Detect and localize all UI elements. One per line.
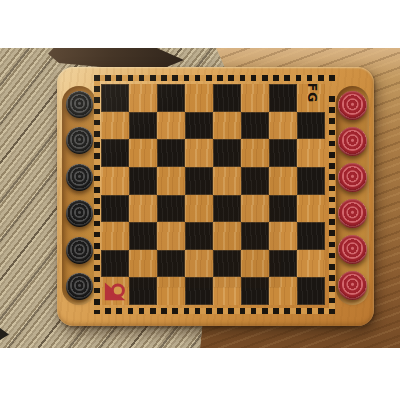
square-c1[interactable] [157, 277, 185, 305]
square-a4[interactable] [101, 195, 129, 223]
square-h1[interactable] [297, 277, 325, 305]
screenshot: FG [0, 0, 400, 400]
square-b1[interactable] [129, 277, 157, 305]
square-h7[interactable] [297, 112, 325, 140]
inlay-frame-bottom [94, 308, 335, 314]
square-c3[interactable] [157, 222, 185, 250]
square-f1[interactable] [241, 277, 269, 305]
square-g3[interactable] [269, 222, 297, 250]
black-checker[interactable] [66, 91, 93, 118]
square-g5[interactable] [269, 167, 297, 195]
square-e3[interactable] [213, 222, 241, 250]
inlay-frame-right [329, 96, 335, 314]
square-c4[interactable] [157, 195, 185, 223]
square-h2[interactable] [297, 250, 325, 278]
square-b6[interactable] [129, 139, 157, 167]
square-c7[interactable] [157, 112, 185, 140]
square-a7[interactable] [101, 112, 129, 140]
square-f4[interactable] [241, 195, 269, 223]
square-g2[interactable] [269, 250, 297, 278]
square-d1[interactable] [185, 277, 213, 305]
square-e8[interactable] [213, 84, 241, 112]
square-b2[interactable] [129, 250, 157, 278]
square-g7[interactable] [269, 112, 297, 140]
red-checker[interactable] [338, 163, 367, 192]
square-e1[interactable] [213, 277, 241, 305]
square-f8[interactable] [241, 84, 269, 112]
square-d4[interactable] [185, 195, 213, 223]
square-e2[interactable] [213, 250, 241, 278]
red-checker[interactable] [338, 91, 367, 120]
checkers-board: FG [57, 67, 374, 326]
playing-field [101, 84, 325, 305]
square-f2[interactable] [241, 250, 269, 278]
square-e6[interactable] [213, 139, 241, 167]
photo: FG [0, 48, 400, 348]
square-d7[interactable] [185, 112, 213, 140]
inlay-frame-top [94, 75, 335, 81]
square-f5[interactable] [241, 167, 269, 195]
square-e4[interactable] [213, 195, 241, 223]
square-h3[interactable] [297, 222, 325, 250]
square-c5[interactable] [157, 167, 185, 195]
left-tray [62, 86, 96, 305]
square-a3[interactable] [101, 222, 129, 250]
square-a8[interactable] [101, 84, 129, 112]
letterbox-top [0, 0, 400, 48]
square-g4[interactable] [269, 195, 297, 223]
square-a5[interactable] [101, 167, 129, 195]
square-d6[interactable] [185, 139, 213, 167]
red-checker[interactable] [338, 199, 367, 228]
right-tray [336, 86, 369, 305]
square-h6[interactable] [297, 139, 325, 167]
square-a6[interactable] [101, 139, 129, 167]
maker-logo-icon [102, 277, 130, 303]
square-b4[interactable] [129, 195, 157, 223]
red-checker[interactable] [338, 235, 367, 264]
square-f6[interactable] [241, 139, 269, 167]
square-e7[interactable] [213, 112, 241, 140]
square-e5[interactable] [213, 167, 241, 195]
square-b5[interactable] [129, 167, 157, 195]
square-c6[interactable] [157, 139, 185, 167]
square-d8[interactable] [185, 84, 213, 112]
square-c2[interactable] [157, 250, 185, 278]
square-c8[interactable] [157, 84, 185, 112]
brand-text-fg: FG [306, 83, 318, 103]
square-g8[interactable] [269, 84, 297, 112]
square-b3[interactable] [129, 222, 157, 250]
square-b8[interactable] [129, 84, 157, 112]
square-d2[interactable] [185, 250, 213, 278]
square-a2[interactable] [101, 250, 129, 278]
square-g1[interactable] [269, 277, 297, 305]
red-checker[interactable] [338, 127, 367, 156]
black-checker[interactable] [66, 164, 93, 191]
black-checker[interactable] [66, 127, 93, 154]
square-h5[interactable] [297, 167, 325, 195]
square-f7[interactable] [241, 112, 269, 140]
square-f3[interactable] [241, 222, 269, 250]
square-d3[interactable] [185, 222, 213, 250]
red-checker[interactable] [338, 271, 367, 300]
black-checker[interactable] [66, 237, 93, 264]
letterbox-bottom [0, 348, 400, 400]
black-checker[interactable] [66, 273, 93, 300]
square-d5[interactable] [185, 167, 213, 195]
square-g6[interactable] [269, 139, 297, 167]
square-b7[interactable] [129, 112, 157, 140]
black-checker[interactable] [66, 200, 93, 227]
square-h4[interactable] [297, 195, 325, 223]
inlay-frame-left [94, 75, 100, 314]
